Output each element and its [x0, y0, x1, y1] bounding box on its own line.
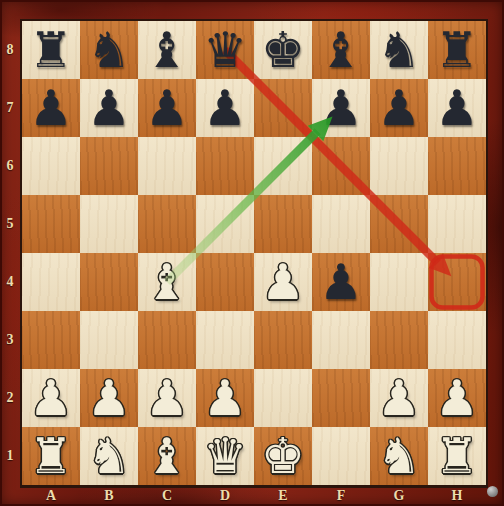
- square-h3[interactable]: [428, 311, 486, 369]
- piece-white-pawn-d2[interactable]: ♟: [196, 369, 254, 427]
- square-c3[interactable]: [138, 311, 196, 369]
- piece-white-rook-h1[interactable]: ♜: [428, 427, 486, 485]
- square-f2[interactable]: [312, 369, 370, 427]
- rank-coordinates: 87654321: [0, 21, 20, 485]
- piece-white-pawn-b2[interactable]: ♟: [80, 369, 138, 427]
- square-b4[interactable]: [80, 253, 138, 311]
- square-f3[interactable]: [312, 311, 370, 369]
- piece-black-bishop-c8[interactable]: ♝: [138, 21, 196, 79]
- piece-white-pawn-a2[interactable]: ♟: [22, 369, 80, 427]
- square-b5[interactable]: [80, 195, 138, 253]
- square-e2[interactable]: [254, 369, 312, 427]
- piece-black-knight-b8[interactable]: ♞: [80, 21, 138, 79]
- piece-white-queen-d1[interactable]: ♛: [196, 427, 254, 485]
- piece-white-pawn-e4[interactable]: ♟: [254, 253, 312, 311]
- square-f5[interactable]: [312, 195, 370, 253]
- piece-white-knight-b1[interactable]: ♞: [80, 427, 138, 485]
- square-a5[interactable]: [22, 195, 80, 253]
- square-a3[interactable]: [22, 311, 80, 369]
- piece-white-king-e1[interactable]: ♚: [254, 427, 312, 485]
- rank-label-4: 4: [0, 253, 20, 311]
- file-label-A: A: [22, 486, 80, 505]
- piece-white-bishop-c1[interactable]: ♝: [138, 427, 196, 485]
- square-d5[interactable]: [196, 195, 254, 253]
- file-label-D: D: [196, 486, 254, 505]
- rank-label-8: 8: [0, 21, 20, 79]
- piece-black-rook-h8[interactable]: ♜: [428, 21, 486, 79]
- piece-white-bishop-c4[interactable]: ♝: [138, 253, 196, 311]
- square-c6[interactable]: [138, 137, 196, 195]
- square-f1[interactable]: [312, 427, 370, 485]
- rank-label-2: 2: [0, 369, 20, 427]
- file-label-E: E: [254, 486, 312, 505]
- square-e6[interactable]: [254, 137, 312, 195]
- file-label-C: C: [138, 486, 196, 505]
- piece-black-pawn-b7[interactable]: ♟: [80, 79, 138, 137]
- piece-black-queen-d8[interactable]: ♛: [196, 21, 254, 79]
- piece-black-knight-g8[interactable]: ♞: [370, 21, 428, 79]
- square-d4[interactable]: [196, 253, 254, 311]
- file-label-F: F: [312, 486, 370, 505]
- piece-black-bishop-f8[interactable]: ♝: [312, 21, 370, 79]
- rank-label-3: 3: [0, 311, 20, 369]
- piece-white-pawn-h2[interactable]: ♟: [428, 369, 486, 427]
- piece-black-pawn-h7[interactable]: ♟: [428, 79, 486, 137]
- square-d6[interactable]: [196, 137, 254, 195]
- square-b3[interactable]: [80, 311, 138, 369]
- file-label-B: B: [80, 486, 138, 505]
- piece-black-pawn-c7[interactable]: ♟: [138, 79, 196, 137]
- square-e7[interactable]: [254, 79, 312, 137]
- rank-label-6: 6: [0, 137, 20, 195]
- piece-black-rook-a8[interactable]: ♜: [22, 21, 80, 79]
- square-h6[interactable]: [428, 137, 486, 195]
- square-h5[interactable]: [428, 195, 486, 253]
- square-f6[interactable]: [312, 137, 370, 195]
- square-g5[interactable]: [370, 195, 428, 253]
- square-c5[interactable]: [138, 195, 196, 253]
- square-g6[interactable]: [370, 137, 428, 195]
- square-e5[interactable]: [254, 195, 312, 253]
- chess-board-frame: ♜♞♝♛♚♝♞♜♟♟♟♟♟♟♟♟♝♟♟♟♟♟♟♟♜♞♝♛♚♞♜ 87654321…: [0, 0, 504, 506]
- piece-black-pawn-d7[interactable]: ♟: [196, 79, 254, 137]
- square-e3[interactable]: [254, 311, 312, 369]
- square-g3[interactable]: [370, 311, 428, 369]
- file-label-G: G: [370, 486, 428, 505]
- piece-white-rook-a1[interactable]: ♜: [22, 427, 80, 485]
- piece-black-pawn-f4[interactable]: ♟: [312, 253, 370, 311]
- rank-label-5: 5: [0, 195, 20, 253]
- square-a6[interactable]: [22, 137, 80, 195]
- file-coordinates: ABCDEFGH: [22, 486, 486, 505]
- square-a4[interactable]: [22, 253, 80, 311]
- piece-white-pawn-g2[interactable]: ♟: [370, 369, 428, 427]
- piece-white-knight-g1[interactable]: ♞: [370, 427, 428, 485]
- piece-black-pawn-a7[interactable]: ♟: [22, 79, 80, 137]
- rank-label-1: 1: [0, 427, 20, 485]
- piece-black-pawn-g7[interactable]: ♟: [370, 79, 428, 137]
- file-label-H: H: [428, 486, 486, 505]
- square-d3[interactable]: [196, 311, 254, 369]
- piece-black-king-e8[interactable]: ♚: [254, 21, 312, 79]
- rank-label-7: 7: [0, 79, 20, 137]
- piece-white-pawn-c2[interactable]: ♟: [138, 369, 196, 427]
- square-g4[interactable]: [370, 253, 428, 311]
- piece-black-pawn-f7[interactable]: ♟: [312, 79, 370, 137]
- square-h4[interactable]: [428, 253, 486, 311]
- square-b6[interactable]: [80, 137, 138, 195]
- corner-dot: [487, 486, 498, 497]
